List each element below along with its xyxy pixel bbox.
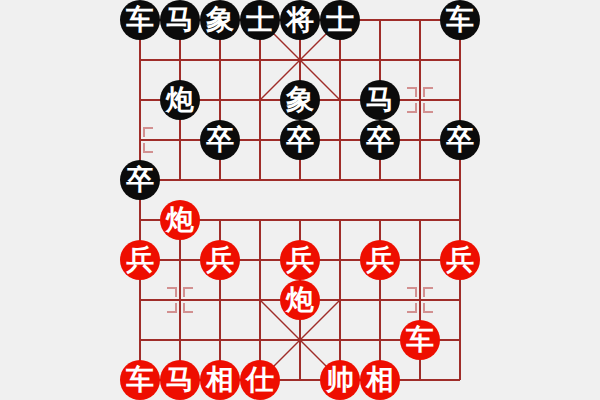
piece-red-cannon[interactable]: 炮 (160, 200, 200, 240)
xiangqi-board: 车马象士将士车炮象马卒卒卒卒卒炮兵兵兵兵兵炮车车马相仕帅相 (120, 0, 480, 400)
piece-black-soldier[interactable]: 卒 (440, 120, 480, 160)
piece-red-chariot[interactable]: 车 (400, 320, 440, 360)
xiangqi-app: 车马象士将士车炮象马卒卒卒卒卒炮兵兵兵兵兵炮车车马相仕帅相 (0, 0, 600, 400)
piece-black-chariot[interactable]: 车 (440, 0, 480, 40)
piece-red-soldier[interactable]: 兵 (200, 240, 240, 280)
piece-black-elephant[interactable]: 象 (200, 0, 240, 40)
piece-red-chariot[interactable]: 车 (120, 360, 160, 400)
piece-black-advisor[interactable]: 士 (320, 0, 360, 40)
piece-red-general[interactable]: 帅 (320, 360, 360, 400)
piece-black-general[interactable]: 将 (280, 0, 320, 40)
piece-red-soldier[interactable]: 兵 (360, 240, 400, 280)
piece-black-elephant[interactable]: 象 (280, 80, 320, 120)
piece-black-horse[interactable]: 马 (160, 0, 200, 40)
piece-red-soldier[interactable]: 兵 (120, 240, 160, 280)
piece-black-soldier[interactable]: 卒 (200, 120, 240, 160)
piece-red-soldier[interactable]: 兵 (280, 240, 320, 280)
piece-red-soldier[interactable]: 兵 (440, 240, 480, 280)
piece-red-horse[interactable]: 马 (160, 360, 200, 400)
piece-black-chariot[interactable]: 车 (120, 0, 160, 40)
piece-red-elephant[interactable]: 相 (200, 360, 240, 400)
piece-black-soldier[interactable]: 卒 (120, 160, 160, 200)
piece-black-cannon[interactable]: 炮 (160, 80, 200, 120)
piece-red-advisor[interactable]: 仕 (240, 360, 280, 400)
piece-black-advisor[interactable]: 士 (240, 0, 280, 40)
piece-black-soldier[interactable]: 卒 (280, 120, 320, 160)
piece-black-horse[interactable]: 马 (360, 80, 400, 120)
piece-red-elephant[interactable]: 相 (360, 360, 400, 400)
piece-red-cannon[interactable]: 炮 (280, 280, 320, 320)
piece-black-soldier[interactable]: 卒 (360, 120, 400, 160)
